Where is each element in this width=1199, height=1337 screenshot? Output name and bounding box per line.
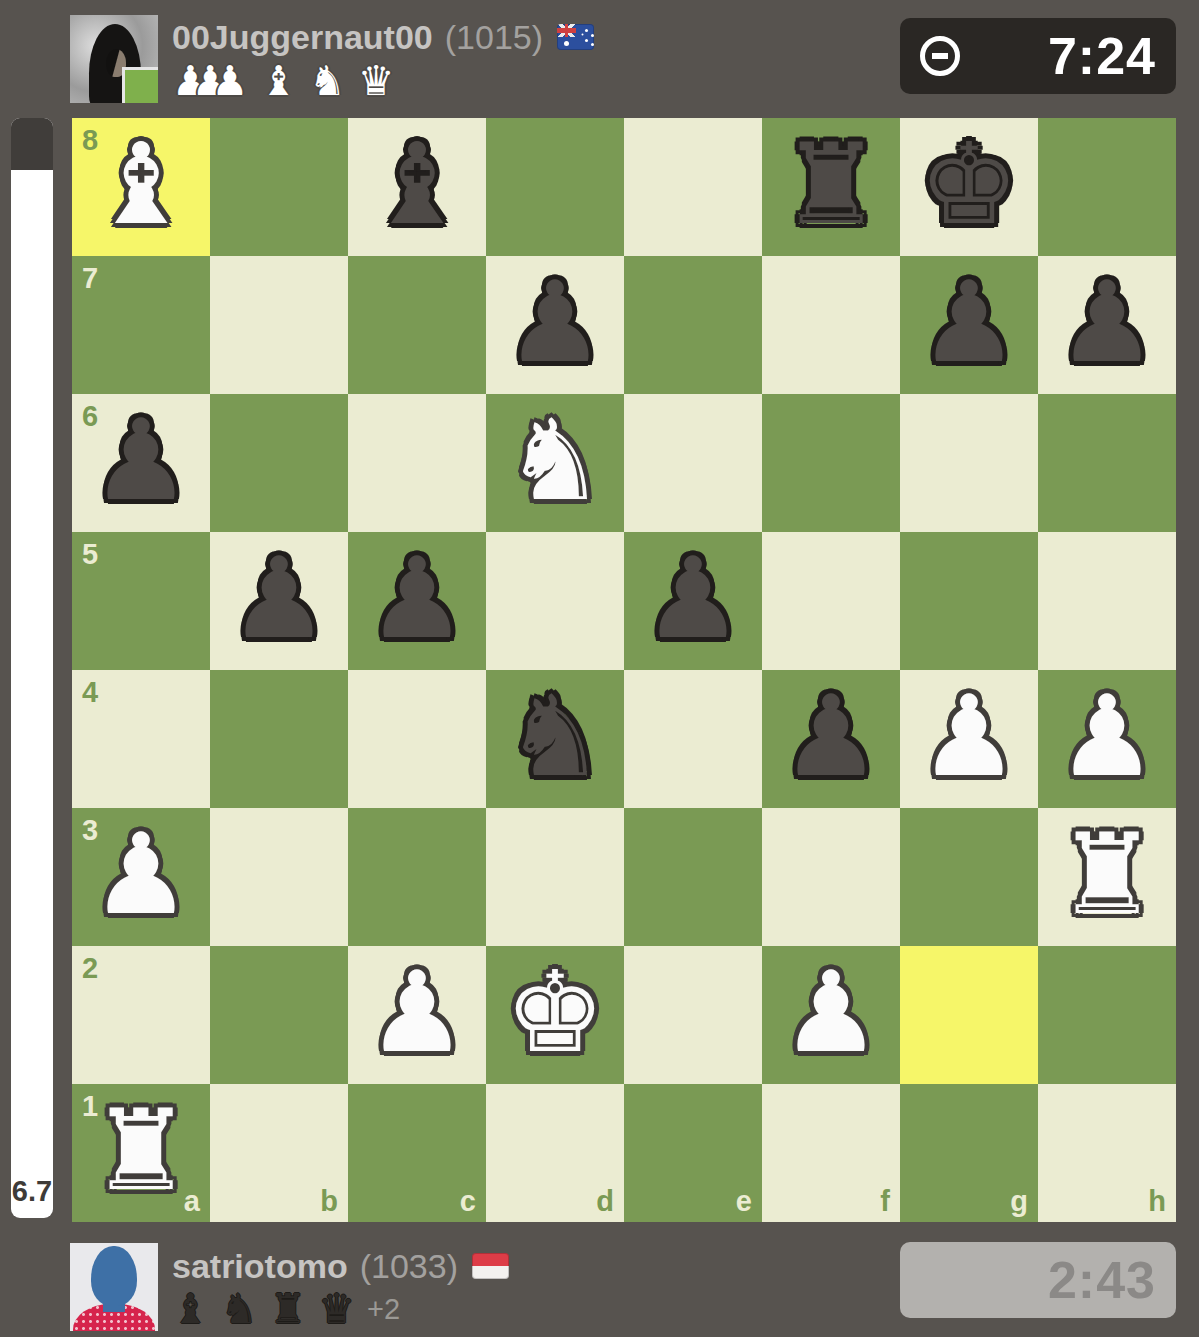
bottom-captured-pieces: ♝♞♜♛ <box>172 1289 355 1330</box>
file-label-f: f <box>880 1187 890 1216</box>
square-c4[interactable] <box>348 670 486 808</box>
square-f8[interactable]: ♜ <box>762 118 900 256</box>
black-king-g8[interactable]: ♚ <box>900 115 1038 253</box>
white-bishop-a8[interactable]: ♝ <box>72 115 210 253</box>
square-c7[interactable] <box>348 256 486 394</box>
white-pawn-a3[interactable]: ♟ <box>72 805 210 943</box>
square-e2[interactable] <box>624 946 762 1084</box>
white-pawn-f2[interactable]: ♟ <box>762 943 900 1081</box>
file-label-b: b <box>320 1187 338 1216</box>
square-f5[interactable] <box>762 532 900 670</box>
square-d7[interactable]: ♟ <box>486 256 624 394</box>
square-d5[interactable] <box>486 532 624 670</box>
indonesia-flag <box>472 1253 509 1279</box>
top-player-clock: 7:24 <box>900 18 1176 94</box>
black-rook-f8[interactable]: ♜ <box>762 115 900 253</box>
square-h7[interactable]: ♟ <box>1038 256 1176 394</box>
file-label-h: h <box>1148 1187 1166 1216</box>
square-f1[interactable]: f <box>762 1084 900 1222</box>
top-player-avatar[interactable] <box>70 15 158 103</box>
top-player-info: 00Juggernaut00 (1015) <box>172 15 594 59</box>
square-e7[interactable] <box>624 256 762 394</box>
evaluation-bar: 6.7 <box>11 118 53 1218</box>
online-status-badge <box>122 67 158 103</box>
square-d6[interactable]: ♞ <box>486 394 624 532</box>
square-b2[interactable] <box>210 946 348 1084</box>
evaluation-black-portion <box>11 118 53 170</box>
square-g4[interactable]: ♟ <box>900 670 1038 808</box>
square-d8[interactable] <box>486 118 624 256</box>
top-player-name[interactable]: 00Juggernaut00 <box>172 18 433 57</box>
square-h6[interactable] <box>1038 394 1176 532</box>
timer-icon <box>920 36 960 76</box>
square-e8[interactable] <box>624 118 762 256</box>
black-knight-d4[interactable]: ♞ <box>486 667 624 805</box>
white-rook-h3[interactable]: ♜ <box>1038 805 1176 943</box>
top-player-rating: (1015) <box>445 18 543 57</box>
square-d1[interactable]: d <box>486 1084 624 1222</box>
square-a3[interactable]: 3♟ <box>72 808 210 946</box>
rank-label-4: 4 <box>82 678 98 707</box>
black-pawn-c5[interactable]: ♟ <box>348 529 486 667</box>
square-b3[interactable] <box>210 808 348 946</box>
square-a6[interactable]: 6♟ <box>72 394 210 532</box>
captured-black-knight-icon: ♞ <box>221 1289 258 1330</box>
rank-label-5: 5 <box>82 540 98 569</box>
file-label-c: c <box>460 1187 476 1216</box>
black-pawn-e5[interactable]: ♟ <box>624 529 762 667</box>
square-b5[interactable]: ♟ <box>210 532 348 670</box>
captured-black-queen-icon: ♛ <box>318 1289 355 1330</box>
square-h4[interactable]: ♟ <box>1038 670 1176 808</box>
bottom-player-info: satriotomo (1033) <box>172 1244 509 1288</box>
white-rook-a1[interactable]: ♜ <box>72 1081 210 1219</box>
square-e1[interactable]: e <box>624 1084 762 1222</box>
square-a8[interactable]: 8♝ <box>72 118 210 256</box>
square-d2[interactable]: ♚ <box>486 946 624 1084</box>
bottom-clock-time: 2:43 <box>1048 1250 1156 1310</box>
black-bishop-c8[interactable]: ♝ <box>348 115 486 253</box>
material-advantage: +2 <box>367 1295 400 1324</box>
square-f6[interactable] <box>762 394 900 532</box>
square-b1[interactable]: b <box>210 1084 348 1222</box>
captured-black-rook-icon: ♜ <box>270 1289 307 1330</box>
rank-label-2: 2 <box>82 954 98 983</box>
square-c2[interactable]: ♟ <box>348 946 486 1084</box>
captured-white-pawn-icon: ♟ <box>212 61 249 102</box>
bottom-player-rating: (1033) <box>360 1247 458 1286</box>
square-h5[interactable] <box>1038 532 1176 670</box>
square-c1[interactable]: c <box>348 1084 486 1222</box>
square-a5[interactable]: 5 <box>72 532 210 670</box>
square-e4[interactable] <box>624 670 762 808</box>
square-h3[interactable]: ♜ <box>1038 808 1176 946</box>
square-h2[interactable] <box>1038 946 1176 1084</box>
union-jack <box>557 24 576 37</box>
captured-black-bishop-icon: ♝ <box>172 1289 209 1330</box>
black-pawn-a6[interactable]: ♟ <box>72 391 210 529</box>
evaluation-score: 6.7 <box>11 1175 53 1208</box>
black-pawn-f4[interactable]: ♟ <box>762 667 900 805</box>
square-g7[interactable]: ♟ <box>900 256 1038 394</box>
square-g1[interactable]: g <box>900 1084 1038 1222</box>
black-pawn-d7[interactable]: ♟ <box>486 253 624 391</box>
square-b8[interactable] <box>210 118 348 256</box>
bottom-player-clock: 2:43 <box>900 1242 1176 1318</box>
square-b7[interactable] <box>210 256 348 394</box>
white-king-d2[interactable]: ♚ <box>486 943 624 1081</box>
square-c8[interactable]: ♝ <box>348 118 486 256</box>
black-pawn-g7[interactable]: ♟ <box>900 253 1038 391</box>
white-pawn-g4[interactable]: ♟ <box>900 667 1038 805</box>
white-pawn-c2[interactable]: ♟ <box>348 943 486 1081</box>
file-label-d: d <box>596 1187 614 1216</box>
square-f2[interactable]: ♟ <box>762 946 900 1084</box>
square-c6[interactable] <box>348 394 486 532</box>
square-g3[interactable] <box>900 808 1038 946</box>
black-pawn-h7[interactable]: ♟ <box>1038 253 1176 391</box>
top-captured-pieces: ♟♟♟♝♞♛ <box>172 58 395 104</box>
square-d4[interactable]: ♞ <box>486 670 624 808</box>
square-f7[interactable] <box>762 256 900 394</box>
square-a7[interactable]: 7 <box>72 256 210 394</box>
avatar-head-silhouette <box>91 1246 137 1306</box>
square-d3[interactable] <box>486 808 624 946</box>
captured-white-queen-icon: ♛ <box>358 61 395 102</box>
square-a1[interactable]: 1a♜ <box>72 1084 210 1222</box>
square-h1[interactable]: h <box>1038 1084 1176 1222</box>
square-e5[interactable]: ♟ <box>624 532 762 670</box>
file-label-e: e <box>736 1187 752 1216</box>
white-pawn-h4[interactable]: ♟ <box>1038 667 1176 805</box>
square-g8[interactable]: ♚ <box>900 118 1038 256</box>
square-a4[interactable]: 4 <box>72 670 210 808</box>
square-e3[interactable] <box>624 808 762 946</box>
bottom-player-name[interactable]: satriotomo <box>172 1247 348 1286</box>
square-g6[interactable] <box>900 394 1038 532</box>
square-b4[interactable] <box>210 670 348 808</box>
chess-board: 8♝♝♜♚7♟♟♟6♟♞5♟♟♟4♞♟♟♟3♟♜2♟♚♟1a♜bcdefgh <box>72 118 1176 1222</box>
file-label-g: g <box>1010 1187 1028 1216</box>
square-g5[interactable] <box>900 532 1038 670</box>
square-e6[interactable] <box>624 394 762 532</box>
square-g2[interactable] <box>900 946 1038 1084</box>
australia-flag <box>557 24 594 50</box>
square-h8[interactable] <box>1038 118 1176 256</box>
square-c5[interactable]: ♟ <box>348 532 486 670</box>
bottom-captured-row: ♝♞♜♛ +2 <box>172 1286 400 1332</box>
square-c3[interactable] <box>348 808 486 946</box>
square-f3[interactable] <box>762 808 900 946</box>
black-pawn-b5[interactable]: ♟ <box>210 529 348 667</box>
rank-label-7: 7 <box>82 264 98 293</box>
white-knight-d6[interactable]: ♞ <box>486 391 624 529</box>
captured-white-knight-icon: ♞ <box>309 61 346 102</box>
square-f4[interactable]: ♟ <box>762 670 900 808</box>
top-clock-time: 7:24 <box>1048 26 1156 86</box>
flag-stars <box>564 41 569 46</box>
square-b6[interactable] <box>210 394 348 532</box>
chess-game-screen: 00Juggernaut00 (1015) ♟♟♟♝♞♛ 7:24 6.7 8♝… <box>0 0 1199 1337</box>
bottom-player-avatar[interactable] <box>70 1243 158 1331</box>
square-a2[interactable]: 2 <box>72 946 210 1084</box>
captured-white-bishop-icon: ♝ <box>260 61 297 102</box>
